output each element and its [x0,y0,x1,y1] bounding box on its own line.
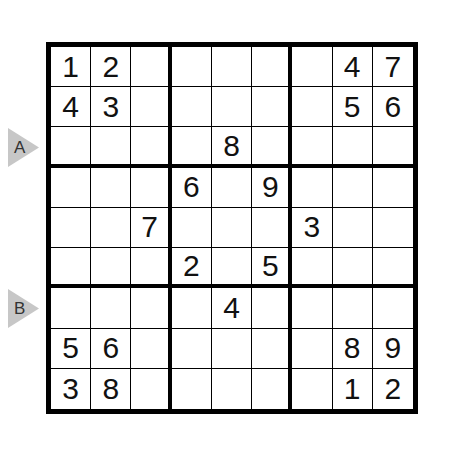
cell-r6c1[interactable] [51,248,91,288]
cell-r7c4[interactable] [172,288,212,328]
cell-r3c1[interactable] [51,127,91,167]
cell-r1c5[interactable] [212,47,252,87]
cell-r8c6[interactable] [252,329,292,369]
cell-r9c1-given: 3 [51,369,91,409]
cell-r7c8[interactable] [333,288,373,328]
cell-r3c7[interactable] [292,127,332,167]
cell-r7c2[interactable] [91,288,131,328]
cell-r5c1[interactable] [51,208,91,248]
cell-r8c8-given: 8 [333,329,373,369]
cell-r1c4[interactable] [172,47,212,87]
cell-r6c9[interactable] [373,248,413,288]
cell-r1c6[interactable] [252,47,292,87]
cell-r7c5-given: 4 [212,288,252,328]
cell-r3c3[interactable] [131,127,171,167]
cell-r2c5[interactable] [212,87,252,127]
cell-r1c1-given: 1 [51,47,91,87]
cell-r4c9[interactable] [373,168,413,208]
sudoku-page: A B 124743568697325456893812 [0,0,463,457]
cell-r5c6[interactable] [252,208,292,248]
cell-r4c5[interactable] [212,168,252,208]
cell-r7c7[interactable] [292,288,332,328]
cell-r3c2[interactable] [91,127,131,167]
cell-r8c9-given: 9 [373,329,413,369]
cell-r6c3[interactable] [131,248,171,288]
cell-r5c9[interactable] [373,208,413,248]
cell-r2c3[interactable] [131,87,171,127]
cell-r7c9[interactable] [373,288,413,328]
sudoku-board: 124743568697325456893812 [46,42,418,414]
cell-r7c6[interactable] [252,288,292,328]
cell-r5c4[interactable] [172,208,212,248]
cell-r9c2-given: 8 [91,369,131,409]
cell-r9c9-given: 2 [373,369,413,409]
cell-r5c3-given: 7 [131,208,171,248]
cell-r5c8[interactable] [333,208,373,248]
cell-r1c8-given: 4 [333,47,373,87]
cell-r1c9-given: 7 [373,47,413,87]
cell-r8c4[interactable] [172,329,212,369]
cell-r8c2-given: 6 [91,329,131,369]
cell-r9c6[interactable] [252,369,292,409]
cell-r8c1-given: 5 [51,329,91,369]
cell-r6c2[interactable] [91,248,131,288]
cell-r3c8[interactable] [333,127,373,167]
cell-r4c7[interactable] [292,168,332,208]
cell-r4c3[interactable] [131,168,171,208]
cell-r9c7[interactable] [292,369,332,409]
cell-r2c9-given: 6 [373,87,413,127]
cell-r3c5-given: 8 [212,127,252,167]
cell-r5c7-given: 3 [292,208,332,248]
cell-r4c1[interactable] [51,168,91,208]
cell-r2c1-given: 4 [51,87,91,127]
cell-r7c3[interactable] [131,288,171,328]
cell-r9c5[interactable] [212,369,252,409]
cell-r4c4-given: 6 [172,168,212,208]
cell-r3c4[interactable] [172,127,212,167]
cell-r2c6[interactable] [252,87,292,127]
cell-r5c5[interactable] [212,208,252,248]
cell-r4c8[interactable] [333,168,373,208]
cell-r1c2-given: 2 [91,47,131,87]
cell-r9c4[interactable] [172,369,212,409]
cell-r8c7[interactable] [292,329,332,369]
cell-r2c4[interactable] [172,87,212,127]
cell-r8c3[interactable] [131,329,171,369]
cell-r9c3[interactable] [131,369,171,409]
cell-r3c9[interactable] [373,127,413,167]
cell-r4c2[interactable] [91,168,131,208]
cell-r7c1[interactable] [51,288,91,328]
cell-r1c7[interactable] [292,47,332,87]
cell-r5c2[interactable] [91,208,131,248]
row-marker-a: A [8,128,39,167]
cell-r6c8[interactable] [333,248,373,288]
cell-r2c7[interactable] [292,87,332,127]
cell-r2c2-given: 3 [91,87,131,127]
cell-r8c5[interactable] [212,329,252,369]
cell-r9c8-given: 1 [333,369,373,409]
cell-r2c8-given: 5 [333,87,373,127]
cell-r1c3[interactable] [131,47,171,87]
cell-r6c6-given: 5 [252,248,292,288]
cell-r4c6-given: 9 [252,168,292,208]
cell-r6c4-given: 2 [172,248,212,288]
cell-r6c5[interactable] [212,248,252,288]
cell-r6c7[interactable] [292,248,332,288]
row-marker-b: B [8,289,39,328]
cell-r3c6[interactable] [252,127,292,167]
